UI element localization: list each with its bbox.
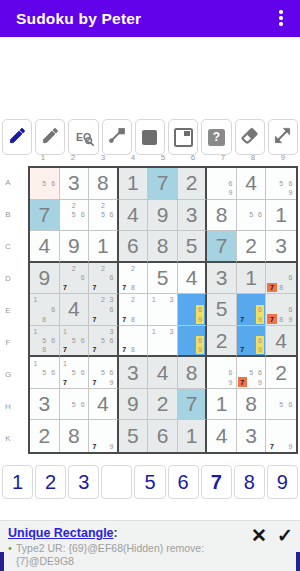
candidate-D4-7: 7 <box>120 283 129 293</box>
candidate-F3-7: 7 <box>90 345 99 354</box>
candidate-slot <box>31 169 40 179</box>
candidate-slot <box>90 264 99 274</box>
candidate-E4-7: 7 <box>120 314 129 324</box>
candidate-slot <box>286 421 295 431</box>
tool-color-fill[interactable] <box>135 119 165 155</box>
candidate-slot <box>78 220 87 230</box>
cell-G6[interactable]: 8 <box>178 357 208 389</box>
numpad-3[interactable]: 3 <box>68 465 99 499</box>
candidate-slot <box>187 327 196 336</box>
candidate-slot <box>226 358 235 368</box>
cell-C3[interactable]: 1 <box>89 231 119 263</box>
expand-icon <box>273 126 292 149</box>
candidates-F6: 69 <box>178 326 206 356</box>
candidate-slot <box>149 305 158 315</box>
candidate-slot <box>247 314 256 324</box>
candidate-slot <box>120 327 129 336</box>
cell-K1[interactable]: 2 <box>30 420 60 452</box>
candidate-slot <box>90 201 99 211</box>
cell-B3[interactable]: 256 <box>89 200 119 232</box>
digit-F7: 2 <box>207 326 236 356</box>
digit-A4: 1 <box>119 168 148 199</box>
candidates-K3: 79 <box>89 420 117 452</box>
candidate-slot <box>247 358 256 368</box>
candidate-slot <box>120 264 129 274</box>
tool-pencil[interactable] <box>35 119 65 155</box>
candidate-E9-7: 7 <box>267 314 276 324</box>
hint-text: • Type2 UR: {69}@EF68(Hidden) remove: {7… <box>8 542 246 568</box>
candidate-slot <box>247 336 256 345</box>
cell-C2[interactable]: 9 <box>60 231 90 263</box>
right-edge-bar <box>296 552 300 571</box>
candidate-F2-1: 1 <box>61 327 70 336</box>
cell-A5[interactable]: 7 <box>148 168 178 200</box>
candidate-slot <box>69 377 78 387</box>
candidates-E3: 2367 <box>89 294 117 325</box>
candidate-slot <box>238 358 247 368</box>
candidate-slot <box>256 358 265 368</box>
cell-B7[interactable]: 8 <box>207 200 237 232</box>
digit-D8: 1 <box>237 263 266 294</box>
candidate-slot <box>277 421 286 431</box>
cell-C9[interactable]: 3 <box>266 231 296 263</box>
cell-B6[interactable]: 3 <box>178 200 208 232</box>
hint-bullet: • <box>8 542 12 555</box>
cell-G8[interactable]: 5679 <box>237 357 267 389</box>
candidate-E3-3: 3 <box>107 295 116 305</box>
candidates-E9: 6789 <box>266 294 296 325</box>
candidate-G8-7: 7 <box>238 377 247 387</box>
numpad-5[interactable]: 5 <box>134 465 165 499</box>
cell-F2[interactable]: 1567 <box>60 326 90 358</box>
candidate-slot <box>149 314 158 324</box>
digit-C7: 7 <box>207 231 236 261</box>
digit-H4: 9 <box>119 389 148 420</box>
candidate-slot <box>277 169 286 179</box>
candidate-D9-8: 8 <box>277 283 286 293</box>
candidate-H2-5: 5 <box>69 399 78 409</box>
candidate-slot <box>217 358 226 368</box>
cell-G7[interactable]: 69 <box>207 357 237 389</box>
candidate-slot <box>31 314 40 324</box>
candidate-slot <box>99 283 108 293</box>
candidate-slot <box>99 441 108 451</box>
corner-square-icon <box>174 128 193 147</box>
tool-pen[interactable] <box>2 119 32 155</box>
candidate-slot <box>158 327 167 336</box>
candidate-slot <box>107 314 116 324</box>
cell-F9[interactable]: 4 <box>266 326 296 358</box>
candidate-F4-8: 8 <box>129 345 138 354</box>
cell-F7[interactable]: 2 <box>207 326 237 358</box>
row-label-A: A <box>0 166 16 198</box>
candidate-slot <box>120 305 129 315</box>
candidate-A7-6: 6 <box>226 179 235 189</box>
digit-C9: 3 <box>266 231 296 261</box>
tool-corner-mark[interactable] <box>168 119 198 155</box>
candidate-slot <box>179 314 188 324</box>
candidate-slot <box>99 431 108 441</box>
candidate-slot <box>40 327 49 336</box>
candidate-slot <box>267 169 276 179</box>
candidate-slot <box>99 273 108 283</box>
candidate-E8-7: 7 <box>238 314 247 324</box>
hint-accept-icon[interactable]: ✓ <box>277 524 293 547</box>
candidate-slot <box>61 264 70 274</box>
cell-D2[interactable]: 267 <box>60 263 90 295</box>
candidates-F4: 78 <box>119 326 148 356</box>
cell-C8[interactable]: 2 <box>237 231 267 263</box>
candidate-D3-6: 6 <box>107 273 116 283</box>
tool-chain-line[interactable] <box>102 119 132 155</box>
numpad-1[interactable]: 1 <box>2 465 33 499</box>
cell-C1[interactable]: 4 <box>30 231 60 263</box>
candidate-slot <box>129 336 138 345</box>
cell-F8[interactable]: 679 <box>237 326 267 358</box>
cell-E6[interactable]: 69 <box>178 294 208 326</box>
cell-A9[interactable]: 569 <box>266 168 296 200</box>
cell-E9[interactable]: 6789 <box>266 294 296 326</box>
candidate-slot <box>179 327 188 336</box>
candidate-G8-5: 5 <box>247 368 256 378</box>
candidate-slot <box>238 295 247 305</box>
sudoku-grid: 5638172694569725625649385614916857239267… <box>28 166 298 454</box>
cell-G3[interactable]: 5679 <box>89 357 119 389</box>
cell-C7[interactable]: 7 <box>207 231 237 263</box>
digit-H5: 2 <box>148 389 177 420</box>
candidate-slot <box>267 273 276 283</box>
candidate-F2-6: 6 <box>78 336 87 345</box>
cell-H5[interactable]: 2 <box>148 389 178 421</box>
candidate-slot <box>277 295 286 305</box>
candidate-slot <box>286 283 295 293</box>
tool-search-eq[interactable]: EQ <box>68 119 98 155</box>
cell-K7[interactable]: 4 <box>207 420 237 452</box>
cell-D3[interactable]: 267 <box>89 263 119 295</box>
candidate-D2-6: 6 <box>78 273 87 283</box>
numpad-9[interactable]: 9 <box>267 465 298 499</box>
cell-A8[interactable]: 4 <box>237 168 267 200</box>
candidate-slot <box>267 431 276 441</box>
tool-hint[interactable]: ? <box>201 119 231 155</box>
cell-H1[interactable]: 3 <box>30 389 60 421</box>
cell-G2[interactable]: 1567 <box>60 357 90 389</box>
row-label-B: B <box>0 198 16 230</box>
candidate-slot <box>78 327 87 336</box>
cell-D1[interactable]: 9 <box>30 263 60 295</box>
candidate-slot <box>107 220 116 230</box>
cell-A1[interactable]: 56 <box>30 168 60 200</box>
candidate-slot <box>99 314 108 324</box>
candidate-slot <box>61 368 70 378</box>
candidate-F5-3: 3 <box>167 327 176 336</box>
candidate-slot <box>277 390 286 400</box>
candidates-D3: 267 <box>89 263 117 294</box>
candidate-D3-2: 2 <box>99 264 108 274</box>
candidate-B2-6: 6 <box>78 210 87 220</box>
row-label-G: G <box>0 358 16 390</box>
candidate-slot <box>78 358 87 368</box>
candidate-D2-2: 2 <box>69 264 78 274</box>
candidate-slot <box>107 345 116 354</box>
cell-K9[interactable]: 79 <box>266 420 296 452</box>
candidate-slot <box>256 220 265 230</box>
cell-K2[interactable]: 8 <box>60 420 90 452</box>
candidate-slot <box>277 431 286 441</box>
cell-E8[interactable]: 679 <box>237 294 267 326</box>
candidate-slot <box>267 399 276 409</box>
cell-F4[interactable]: 78 <box>119 326 149 358</box>
hint-title: Unique Rectangle: <box>8 526 118 540</box>
cell-D9[interactable]: 678 <box>266 263 296 295</box>
candidate-A1-5: 5 <box>40 179 49 189</box>
candidate-slot <box>49 327 58 336</box>
cell-G1[interactable]: 156 <box>30 357 60 389</box>
candidate-slot <box>78 264 87 274</box>
cell-C6[interactable]: 5 <box>178 231 208 263</box>
candidate-G2-1: 1 <box>61 358 70 368</box>
candidates-B2: 256 <box>60 200 89 231</box>
digit-G9: 2 <box>266 357 296 388</box>
numpad-8[interactable]: 8 <box>234 465 265 499</box>
cell-A3[interactable]: 8 <box>89 168 119 200</box>
candidate-A9-9: 9 <box>286 188 295 198</box>
candidate-G3-9: 9 <box>107 377 116 387</box>
cell-A6[interactable]: 2 <box>178 168 208 200</box>
candidate-E9-6: 6 <box>286 305 295 315</box>
candidate-slot <box>69 390 78 400</box>
cell-E1[interactable]: 168 <box>30 294 60 326</box>
cell-B8[interactable]: 56 <box>237 200 267 232</box>
candidate-F2-5: 5 <box>69 336 78 345</box>
candidate-F2-7: 7 <box>61 345 70 354</box>
cell-F5[interactable]: 13 <box>148 326 178 358</box>
cell-D7[interactable]: 3 <box>207 263 237 295</box>
candidate-E9-9: 9 <box>286 314 295 324</box>
cell-E3[interactable]: 2367 <box>89 294 119 326</box>
candidate-slot <box>137 305 146 315</box>
cell-B4[interactable]: 4 <box>119 200 149 232</box>
cell-H7[interactable]: 1 <box>207 389 237 421</box>
candidate-slot <box>179 295 188 305</box>
tool-eraser[interactable] <box>235 119 265 155</box>
cell-K3[interactable]: 79 <box>89 420 119 452</box>
column-labels: 123456789 <box>28 153 298 162</box>
cell-H6[interactable]: 7 <box>178 389 208 421</box>
numpad-4[interactable] <box>101 465 132 499</box>
candidate-slot <box>187 305 196 315</box>
candidate-slot <box>120 273 129 283</box>
cell-E2[interactable]: 4 <box>60 294 90 326</box>
cell-F3[interactable]: 3567 <box>89 326 119 358</box>
candidate-B3-5: 5 <box>99 210 108 220</box>
candidate-slot <box>149 345 158 354</box>
candidate-slot <box>78 377 87 387</box>
cell-E7[interactable]: 5 <box>207 294 237 326</box>
candidate-slot <box>226 169 235 179</box>
candidate-slot <box>238 368 247 378</box>
cell-K5[interactable]: 6 <box>148 420 178 452</box>
cell-K8[interactable]: 3 <box>237 420 267 452</box>
candidate-G2-5: 5 <box>69 368 78 378</box>
cell-D8[interactable]: 1 <box>237 263 267 295</box>
hint-title-colon: : <box>114 526 118 540</box>
numpad-7[interactable]: 7 <box>201 465 232 499</box>
candidate-E3-2: 2 <box>99 295 108 305</box>
digit-B5: 9 <box>148 200 177 231</box>
candidate-slot <box>208 368 217 378</box>
candidate-slot <box>247 295 256 305</box>
candidate-slot <box>129 273 138 283</box>
cell-A7[interactable]: 69 <box>207 168 237 200</box>
kebab-menu-icon[interactable] <box>271 8 291 28</box>
col-label-6: 6 <box>178 153 208 162</box>
cell-C5[interactable]: 8 <box>148 231 178 263</box>
candidates-A9: 569 <box>266 168 296 199</box>
cell-G9[interactable]: 2 <box>266 357 296 389</box>
candidate-slot <box>187 336 196 345</box>
row-labels: ABCDEFGHK <box>0 166 16 454</box>
candidate-slot <box>167 345 176 354</box>
candidate-slot <box>208 188 217 198</box>
numpad-6[interactable]: 6 <box>168 465 199 499</box>
candidate-slot <box>69 327 78 336</box>
digit-B9: 1 <box>266 200 296 231</box>
digit-H7: 1 <box>207 389 236 420</box>
candidate-G8-9: 9 <box>256 377 265 387</box>
candidate-slot <box>61 336 70 345</box>
tool-fullscreen[interactable] <box>268 119 298 155</box>
cell-H8[interactable]: 8 <box>237 389 267 421</box>
digit-B6: 3 <box>178 200 206 231</box>
cell-F1[interactable]: 1568 <box>30 326 60 358</box>
digit-B1: 7 <box>30 200 59 231</box>
candidate-slot <box>286 264 295 274</box>
hint-dismiss-icon[interactable]: ✕ <box>251 524 267 547</box>
candidate-K9-7: 7 <box>267 441 276 451</box>
cell-C4[interactable]: 6 <box>119 231 149 263</box>
candidate-slot <box>277 441 286 451</box>
candidate-slot <box>90 220 99 230</box>
candidate-slot <box>49 377 58 387</box>
left-edge-bar <box>0 552 4 571</box>
cell-A2[interactable]: 3 <box>60 168 90 200</box>
candidate-slot <box>78 390 87 400</box>
candidate-slot <box>267 179 276 189</box>
candidate-E3-6: 6 <box>107 305 116 315</box>
cell-D5[interactable]: 5 <box>148 263 178 295</box>
digit-H1: 3 <box>30 389 59 420</box>
candidate-slot <box>90 273 99 283</box>
cell-E5[interactable]: 13 <box>148 294 178 326</box>
candidate-slot <box>137 273 146 283</box>
candidate-slot <box>179 336 188 345</box>
candidate-F5-1: 1 <box>149 327 158 336</box>
candidate-slot <box>78 409 87 419</box>
candidate-slot <box>31 305 40 315</box>
candidate-slot <box>247 201 256 211</box>
cell-B2[interactable]: 256 <box>60 200 90 232</box>
numpad-2[interactable]: 2 <box>35 465 66 499</box>
row-label-E: E <box>0 294 16 326</box>
candidate-G3-7: 7 <box>90 377 99 387</box>
candidate-slot <box>31 188 40 198</box>
digit-H3: 4 <box>89 389 117 420</box>
cell-K4[interactable]: 5 <box>119 420 149 452</box>
cell-D6[interactable]: 4 <box>178 263 208 295</box>
cell-K6[interactable]: 1 <box>178 420 208 452</box>
candidate-slot <box>158 336 167 345</box>
candidate-slot <box>107 201 116 211</box>
candidate-slot <box>286 409 295 419</box>
candidate-G3-5: 5 <box>99 368 108 378</box>
candidates-F2: 1567 <box>60 326 89 356</box>
candidate-B8-5: 5 <box>247 210 256 220</box>
digit-C1: 4 <box>30 231 59 261</box>
question-mark-icon: ? <box>208 129 225 146</box>
cell-D4[interactable]: 278 <box>119 263 149 295</box>
candidate-G8-6: 6 <box>256 368 265 378</box>
candidate-slot <box>31 377 40 387</box>
cell-B5[interactable]: 9 <box>148 200 178 232</box>
row-label-H: H <box>0 390 16 422</box>
digit-E7: 5 <box>207 294 236 325</box>
digit-C8: 2 <box>237 231 266 261</box>
cell-E4[interactable]: 278 <box>119 294 149 326</box>
col-label-4: 4 <box>118 153 148 162</box>
hint-title-link[interactable]: Unique Rectangle <box>8 526 114 540</box>
cell-H9[interactable]: 56 <box>266 389 296 421</box>
candidate-slot <box>277 409 286 419</box>
candidate-slot <box>267 421 276 431</box>
candidate-slot <box>158 314 167 324</box>
candidate-F6-6: 6 <box>196 336 205 345</box>
candidate-slot <box>90 431 99 441</box>
candidates-E6: 69 <box>178 294 206 325</box>
cell-H2[interactable]: 56 <box>60 389 90 421</box>
candidate-G1-5: 5 <box>40 368 49 378</box>
cell-A4[interactable]: 1 <box>119 168 149 200</box>
candidate-K9-9: 9 <box>286 441 295 451</box>
candidate-slot <box>99 377 108 387</box>
cell-H3[interactable]: 4 <box>89 389 119 421</box>
cell-B1[interactable]: 7 <box>30 200 60 232</box>
candidate-slot <box>208 358 217 368</box>
candidate-slot <box>61 409 70 419</box>
candidates-F3: 3567 <box>89 326 117 356</box>
cell-G5[interactable]: 4 <box>148 357 178 389</box>
cell-G4[interactable]: 3 <box>119 357 149 389</box>
candidate-slot <box>167 314 176 324</box>
candidate-slot <box>31 336 40 345</box>
row-label-D: D <box>0 262 16 294</box>
digit-G4: 3 <box>119 357 148 388</box>
candidate-F1-5: 5 <box>40 336 49 345</box>
candidate-E5-3: 3 <box>167 295 176 305</box>
candidate-slot <box>187 295 196 305</box>
candidate-B8-6: 6 <box>256 210 265 220</box>
cell-B9[interactable]: 1 <box>266 200 296 232</box>
candidate-G2-6: 6 <box>78 368 87 378</box>
candidate-slot <box>40 377 49 387</box>
cell-H4[interactable]: 9 <box>119 389 149 421</box>
cell-F6[interactable]: 69 <box>178 326 208 358</box>
candidates-G1: 156 <box>30 357 59 388</box>
candidate-slot <box>238 305 247 315</box>
eq-magnifier-icon: EQ <box>76 132 91 143</box>
candidate-slot <box>120 336 129 345</box>
candidate-slot <box>78 345 87 354</box>
